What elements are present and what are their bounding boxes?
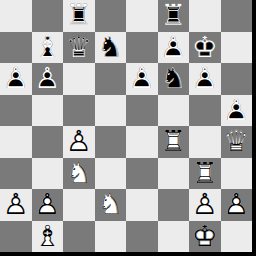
black-pawn-outline-icon: ♙: [34, 64, 60, 93]
white-pawn-outline-icon: ♙: [34, 190, 60, 219]
white-knight-outline-icon: ♘: [66, 159, 92, 188]
square-g4[interactable]: [189, 126, 221, 158]
square-b5[interactable]: [32, 95, 64, 127]
square-d6[interactable]: [95, 63, 127, 95]
square-e1[interactable]: [126, 221, 158, 253]
square-g8[interactable]: [189, 0, 221, 32]
piece-white-knight-d2[interactable]: ♞♘: [97, 190, 123, 219]
square-h3[interactable]: [221, 158, 253, 190]
square-a7[interactable]: [0, 32, 32, 64]
chess-board: ♜♖♜♖♝♗♛♕♞♘♟♙♚♔♟♙♟♙♟♙♞♘♟♙♟♙♟♙♜♖♛♕♞♘♜♖♟♙♟♙…: [0, 0, 252, 252]
square-d7[interactable]: ♞♘: [95, 32, 127, 64]
piece-white-rook-g3[interactable]: ♜♖: [192, 159, 218, 188]
black-queen-outline-icon: ♕: [66, 33, 92, 62]
black-knight-outline-icon: ♘: [160, 64, 186, 93]
piece-white-queen-h4[interactable]: ♛♕: [223, 127, 249, 156]
white-queen-outline-icon: ♕: [223, 127, 249, 156]
piece-black-knight-f6[interactable]: ♞♘: [160, 64, 186, 93]
square-h7[interactable]: [221, 32, 253, 64]
piece-black-knight-d7[interactable]: ♞♘: [97, 33, 123, 62]
square-d4[interactable]: [95, 126, 127, 158]
white-rook-outline-icon: ♖: [192, 159, 218, 188]
square-c8[interactable]: ♜♖: [63, 0, 95, 32]
white-king-outline-icon: ♔: [192, 222, 218, 251]
black-bishop-outline-icon: ♗: [34, 33, 60, 62]
square-f5[interactable]: [158, 95, 190, 127]
square-c5[interactable]: [63, 95, 95, 127]
square-c2[interactable]: [63, 189, 95, 221]
square-d5[interactable]: [95, 95, 127, 127]
square-d1[interactable]: [95, 221, 127, 253]
square-f7[interactable]: ♟♙: [158, 32, 190, 64]
square-b6[interactable]: ♟♙: [32, 63, 64, 95]
square-g2[interactable]: ♟♙: [189, 189, 221, 221]
square-g1[interactable]: ♚♔: [189, 221, 221, 253]
square-e3[interactable]: [126, 158, 158, 190]
white-pawn-outline-icon: ♙: [192, 190, 218, 219]
square-h2[interactable]: ♟♙: [221, 189, 253, 221]
square-g3[interactable]: ♜♖: [189, 158, 221, 190]
square-c6[interactable]: [63, 63, 95, 95]
piece-black-rook-f8[interactable]: ♜♖: [160, 1, 186, 30]
black-pawn-outline-icon: ♙: [3, 64, 29, 93]
piece-black-pawn-h5[interactable]: ♟♙: [223, 96, 249, 125]
white-knight-outline-icon: ♘: [97, 190, 123, 219]
square-a3[interactable]: [0, 158, 32, 190]
square-e5[interactable]: [126, 95, 158, 127]
piece-black-rook-c8[interactable]: ♜♖: [66, 1, 92, 30]
piece-white-king-g1[interactable]: ♚♔: [192, 222, 218, 251]
square-a5[interactable]: [0, 95, 32, 127]
square-b4[interactable]: [32, 126, 64, 158]
square-f1[interactable]: [158, 221, 190, 253]
piece-black-pawn-g6[interactable]: ♟♙: [192, 64, 218, 93]
square-h5[interactable]: ♟♙: [221, 95, 253, 127]
square-a2[interactable]: ♟♙: [0, 189, 32, 221]
square-b1[interactable]: ♝♗: [32, 221, 64, 253]
black-pawn-outline-icon: ♙: [192, 64, 218, 93]
piece-white-pawn-g2[interactable]: ♟♙: [192, 190, 218, 219]
square-g5[interactable]: [189, 95, 221, 127]
piece-white-pawn-c4[interactable]: ♟♙: [66, 127, 92, 156]
square-e6[interactable]: ♟♙: [126, 63, 158, 95]
white-rook-outline-icon: ♖: [160, 127, 186, 156]
square-b7[interactable]: ♝♗: [32, 32, 64, 64]
square-c7[interactable]: ♛♕: [63, 32, 95, 64]
square-h6[interactable]: [221, 63, 253, 95]
square-e7[interactable]: [126, 32, 158, 64]
square-g7[interactable]: ♚♔: [189, 32, 221, 64]
square-f3[interactable]: [158, 158, 190, 190]
square-a4[interactable]: [0, 126, 32, 158]
piece-black-pawn-a6[interactable]: ♟♙: [3, 64, 29, 93]
black-pawn-outline-icon: ♙: [223, 96, 249, 125]
piece-black-queen-c7[interactable]: ♛♕: [66, 33, 92, 62]
square-e2[interactable]: [126, 189, 158, 221]
piece-white-pawn-b2[interactable]: ♟♙: [34, 190, 60, 219]
square-b8[interactable]: [32, 0, 64, 32]
square-c3[interactable]: ♞♘: [63, 158, 95, 190]
square-a6[interactable]: ♟♙: [0, 63, 32, 95]
white-pawn-outline-icon: ♙: [66, 127, 92, 156]
square-a8[interactable]: [0, 0, 32, 32]
piece-white-pawn-h2[interactable]: ♟♙: [223, 190, 249, 219]
white-bishop-outline-icon: ♗: [34, 222, 60, 251]
square-e4[interactable]: [126, 126, 158, 158]
square-h1[interactable]: [221, 221, 253, 253]
piece-white-knight-c3[interactable]: ♞♘: [66, 159, 92, 188]
square-g6[interactable]: ♟♙: [189, 63, 221, 95]
square-c4[interactable]: ♟♙: [63, 126, 95, 158]
piece-black-pawn-f7[interactable]: ♟♙: [160, 33, 186, 62]
piece-white-pawn-a2[interactable]: ♟♙: [3, 190, 29, 219]
piece-white-bishop-b1[interactable]: ♝♗: [34, 222, 60, 251]
square-c1[interactable]: [63, 221, 95, 253]
piece-black-pawn-b6[interactable]: ♟♙: [34, 64, 60, 93]
white-pawn-outline-icon: ♙: [3, 190, 29, 219]
black-knight-outline-icon: ♘: [97, 33, 123, 62]
square-e8[interactable]: [126, 0, 158, 32]
square-f4[interactable]: ♜♖: [158, 126, 190, 158]
black-pawn-outline-icon: ♙: [129, 64, 155, 93]
square-f6[interactable]: ♞♘: [158, 63, 190, 95]
square-d3[interactable]: [95, 158, 127, 190]
square-d8[interactable]: [95, 0, 127, 32]
square-f2[interactable]: [158, 189, 190, 221]
square-d2[interactable]: ♞♘: [95, 189, 127, 221]
square-b3[interactable]: [32, 158, 64, 190]
piece-black-bishop-b7[interactable]: ♝♗: [34, 33, 60, 62]
black-king-outline-icon: ♔: [192, 33, 218, 62]
square-a1[interactable]: [0, 221, 32, 253]
piece-white-rook-f4[interactable]: ♜♖: [160, 127, 186, 156]
square-b2[interactable]: ♟♙: [32, 189, 64, 221]
square-h8[interactable]: [221, 0, 253, 32]
piece-black-pawn-e6[interactable]: ♟♙: [129, 64, 155, 93]
square-h4[interactable]: ♛♕: [221, 126, 253, 158]
square-f8[interactable]: ♜♖: [158, 0, 190, 32]
white-pawn-outline-icon: ♙: [223, 190, 249, 219]
black-pawn-outline-icon: ♙: [160, 33, 186, 62]
black-rook-outline-icon: ♖: [160, 1, 186, 30]
piece-black-king-g7[interactable]: ♚♔: [192, 33, 218, 62]
black-rook-outline-icon: ♖: [66, 1, 92, 30]
